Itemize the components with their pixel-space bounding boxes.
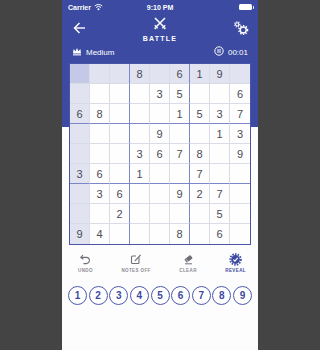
cell-r6c6[interactable] <box>170 164 190 184</box>
cell-r2c2[interactable] <box>90 84 110 104</box>
cell-r1c4[interactable]: 8 <box>130 64 150 84</box>
cell-r8c1[interactable] <box>70 204 90 224</box>
cell-r2c4[interactable] <box>130 84 150 104</box>
eraser-icon <box>183 253 194 265</box>
clear-button[interactable]: CLEAR <box>179 253 197 273</box>
number-button-3[interactable]: 3 <box>109 286 128 305</box>
gear-icon <box>233 21 249 36</box>
cell-r2c9[interactable]: 6 <box>230 84 250 104</box>
cell-r3c6[interactable]: 1 <box>170 104 190 124</box>
cell-r5c6[interactable]: 7 <box>170 144 190 164</box>
cell-r6c2[interactable]: 6 <box>90 164 110 184</box>
crossed-swords-icon <box>153 16 167 34</box>
cell-r1c8[interactable]: 9 <box>210 64 230 84</box>
header-title-group: BATTLE <box>62 16 258 42</box>
cell-r1c2[interactable] <box>90 64 110 84</box>
cell-r7c8[interactable]: 7 <box>210 184 230 204</box>
cell-r3c4[interactable] <box>130 104 150 124</box>
cell-r9c9[interactable] <box>230 224 250 244</box>
cell-r6c1[interactable]: 3 <box>70 164 90 184</box>
cell-r3c7[interactable]: 5 <box>190 104 210 124</box>
cell-r5c3[interactable] <box>110 144 130 164</box>
cell-r1c9[interactable] <box>230 64 250 84</box>
number-button-7[interactable]: 7 <box>192 286 211 305</box>
number-button-1[interactable]: 1 <box>68 286 87 305</box>
cell-r2c7[interactable] <box>190 84 210 104</box>
cell-r3c2[interactable]: 8 <box>90 104 110 124</box>
number-button-8[interactable]: 8 <box>212 286 231 305</box>
cell-r7c1[interactable] <box>70 184 90 204</box>
cell-r8c6[interactable] <box>170 204 190 224</box>
number-button-4[interactable]: 4 <box>130 286 149 305</box>
pause-button[interactable] <box>214 46 224 58</box>
number-button-6[interactable]: 6 <box>171 286 190 305</box>
timer-value: 00:01 <box>228 48 248 57</box>
cell-r6c5[interactable] <box>150 164 170 184</box>
cell-r5c4[interactable]: 3 <box>130 144 150 164</box>
undo-icon <box>79 253 91 265</box>
cell-r1c1[interactable] <box>70 64 90 84</box>
cell-r4c1[interactable] <box>70 124 90 144</box>
cell-r8c3[interactable]: 2 <box>110 204 130 224</box>
cell-r8c9[interactable] <box>230 204 250 224</box>
cell-r4c7[interactable] <box>190 124 210 144</box>
cell-r7c6[interactable]: 9 <box>170 184 190 204</box>
undo-button[interactable]: UNDO <box>78 253 93 273</box>
page-title: BATTLE <box>143 35 177 42</box>
app-screen: Carrier 9:10 PM <box>62 0 258 350</box>
cell-r7c4[interactable] <box>130 184 150 204</box>
cell-r2c8[interactable] <box>210 84 230 104</box>
cell-r4c6[interactable] <box>170 124 190 144</box>
cell-r7c5[interactable] <box>150 184 170 204</box>
cell-r2c1[interactable] <box>70 84 90 104</box>
cell-r4c4[interactable] <box>130 124 150 144</box>
cell-r5c1[interactable] <box>70 144 90 164</box>
cell-r6c3[interactable] <box>110 164 130 184</box>
reveal-button[interactable]: REVEAL <box>225 253 246 273</box>
number-button-5[interactable]: 5 <box>151 286 170 305</box>
sudoku-grid: 861935668153791336789361736927259486 <box>69 63 251 245</box>
cell-r4c9[interactable]: 3 <box>230 124 250 144</box>
cell-r9c1[interactable]: 9 <box>70 224 90 244</box>
cell-r1c5[interactable] <box>150 64 170 84</box>
cell-r3c5[interactable] <box>150 104 170 124</box>
cell-r2c5[interactable]: 3 <box>150 84 170 104</box>
battery-icon <box>239 4 252 10</box>
crown-icon <box>72 47 82 58</box>
cell-r9c3[interactable] <box>110 224 130 244</box>
cell-r8c2[interactable] <box>90 204 110 224</box>
cell-r1c7[interactable]: 1 <box>190 64 210 84</box>
cell-r5c8[interactable] <box>210 144 230 164</box>
notes-toggle-button[interactable]: NOTES OFF <box>121 253 150 273</box>
cell-r8c4[interactable] <box>130 204 150 224</box>
number-pad: 123456789 <box>62 286 258 305</box>
cell-r3c3[interactable] <box>110 104 130 124</box>
cell-r1c6[interactable]: 6 <box>170 64 190 84</box>
cell-r4c3[interactable] <box>110 124 130 144</box>
cell-r3c8[interactable]: 3 <box>210 104 230 124</box>
cell-r4c5[interactable]: 9 <box>150 124 170 144</box>
cell-r6c7[interactable]: 7 <box>190 164 210 184</box>
header: BATTLE <box>62 14 258 44</box>
cell-r9c2[interactable]: 4 <box>90 224 110 244</box>
status-bar: Carrier 9:10 PM <box>62 0 258 14</box>
cell-r3c1[interactable]: 6 <box>70 104 90 124</box>
cell-r5c7[interactable]: 8 <box>190 144 210 164</box>
cell-r5c2[interactable] <box>90 144 110 164</box>
cell-r8c8[interactable]: 5 <box>210 204 230 224</box>
cell-r7c9[interactable] <box>230 184 250 204</box>
cell-r7c3[interactable]: 6 <box>110 184 130 204</box>
cell-r6c8[interactable] <box>210 164 230 184</box>
cell-r5c9[interactable]: 9 <box>230 144 250 164</box>
toolbar: UNDO NOTES OFF CLEAR <box>62 253 258 273</box>
settings-button[interactable] <box>232 19 250 37</box>
cell-r6c4[interactable]: 1 <box>130 164 150 184</box>
cell-r9c5[interactable] <box>150 224 170 244</box>
cell-r9c4[interactable] <box>130 224 150 244</box>
cell-r6c9[interactable] <box>230 164 250 184</box>
reveal-badge-icon <box>229 253 242 265</box>
number-button-9[interactable]: 9 <box>233 286 252 305</box>
cell-r4c8[interactable]: 1 <box>210 124 230 144</box>
cell-r7c2[interactable]: 3 <box>90 184 110 204</box>
cell-r8c5[interactable] <box>150 204 170 224</box>
notes-pencil-icon <box>130 253 142 265</box>
cell-r8c7[interactable] <box>190 204 210 224</box>
number-button-2[interactable]: 2 <box>89 286 108 305</box>
cell-r9c6[interactable]: 8 <box>170 224 190 244</box>
cell-r2c3[interactable] <box>110 84 130 104</box>
cell-r3c9[interactable]: 7 <box>230 104 250 124</box>
cell-r2c6[interactable]: 5 <box>170 84 190 104</box>
cell-r1c3[interactable] <box>110 64 130 84</box>
cell-r9c8[interactable]: 6 <box>210 224 230 244</box>
cell-r9c7[interactable] <box>190 224 210 244</box>
difficulty-label: Medium <box>86 48 114 57</box>
info-bar: Medium 00:01 <box>62 44 258 60</box>
cell-r7c7[interactable]: 2 <box>190 184 210 204</box>
cell-r5c5[interactable]: 6 <box>150 144 170 164</box>
clock: 9:10 PM <box>62 4 258 11</box>
cell-r4c2[interactable] <box>90 124 110 144</box>
